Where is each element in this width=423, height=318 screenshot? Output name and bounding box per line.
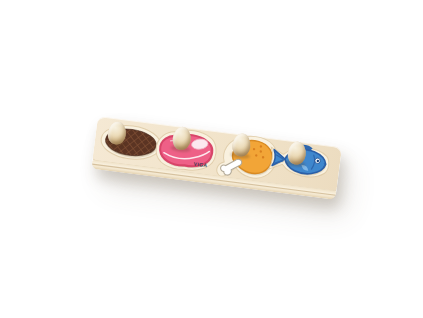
product-photo: VIGA	[0, 0, 423, 318]
puzzle-board: VIGA	[91, 116, 342, 200]
